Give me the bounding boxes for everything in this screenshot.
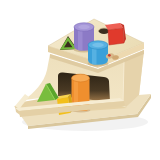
blue-peg (88, 41, 109, 67)
toy-illustration (0, 0, 160, 160)
product-photo (0, 0, 160, 160)
